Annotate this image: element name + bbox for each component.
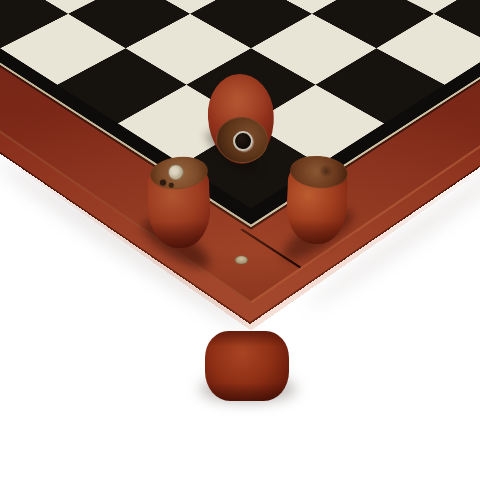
- piece-body: [205, 331, 289, 401]
- photo-stage: [0, 0, 480, 480]
- barrel-piece-leaning[interactable]: [206, 72, 277, 165]
- barrel-piece-right[interactable]: [286, 156, 349, 245]
- barrel-piece-left[interactable]: [146, 157, 211, 249]
- magnet-dot-icon: [167, 164, 185, 182]
- piece-bottom-hole: [232, 130, 254, 152]
- barrel-piece-lying[interactable]: [205, 331, 289, 401]
